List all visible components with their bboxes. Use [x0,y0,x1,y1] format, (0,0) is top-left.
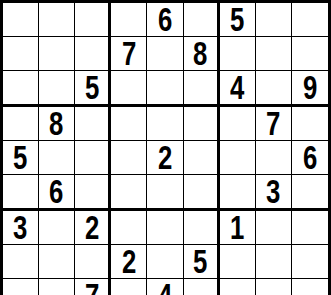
cell-r5c7[interactable] [220,141,256,175]
cell-r6c7[interactable] [220,175,256,211]
cell-r7c5[interactable] [147,211,183,245]
cell-r3c1[interactable] [3,71,39,107]
cell-r4c9[interactable] [292,107,328,141]
cell-r7c2[interactable] [39,211,75,245]
cell-r7c9[interactable] [292,211,328,245]
cell-r6c4[interactable] [111,175,147,211]
cell-r6c1[interactable] [3,175,39,211]
cell-r5c5[interactable]: 2 [147,141,183,175]
cell-r1c8[interactable] [256,3,292,37]
given-digit: 5 [13,141,27,174]
cell-r2c5[interactable] [147,37,183,71]
cell-r6c9[interactable] [292,175,328,211]
cell-r2c6[interactable]: 8 [184,37,220,71]
cell-r2c3[interactable] [75,37,111,71]
cell-r5c6[interactable] [184,141,220,175]
cell-r4c8[interactable]: 7 [256,107,292,141]
cell-r2c8[interactable] [256,37,292,71]
given-digit: 8 [50,107,64,140]
cell-r7c1[interactable]: 3 [3,211,39,245]
given-digit: 5 [193,245,207,278]
cell-r8c6[interactable]: 5 [184,245,220,279]
given-digit: 7 [122,37,136,70]
cell-r5c4[interactable] [111,141,147,175]
given-digit: 2 [122,245,136,278]
cell-r5c1[interactable]: 5 [3,141,39,175]
given-digit: 5 [85,71,99,104]
cell-r1c9[interactable] [292,3,328,37]
given-digit: 4 [230,71,244,104]
cell-r1c5[interactable]: 6 [147,3,183,37]
cell-r2c2[interactable] [39,37,75,71]
cell-r3c3[interactable]: 5 [75,71,111,107]
cell-r6c6[interactable] [184,175,220,211]
given-digit: 7 [85,279,99,295]
given-digit: 2 [158,141,172,174]
cell-r1c6[interactable] [184,3,220,37]
cell-r9c3[interactable]: 7 [75,279,111,295]
cell-r4c7[interactable] [220,107,256,141]
cell-r2c1[interactable] [3,37,39,71]
cell-r8c9[interactable] [292,245,328,279]
cell-r8c7[interactable] [220,245,256,279]
given-digit: 8 [193,37,207,70]
cell-r9c9[interactable] [292,279,328,295]
cell-r1c7[interactable]: 5 [220,3,256,37]
cell-r4c5[interactable] [147,107,183,141]
sudoku-board: 657854987526633212574 [0,0,331,295]
cell-r4c2[interactable]: 8 [39,107,75,141]
cell-r9c2[interactable] [39,279,75,295]
cell-r3c5[interactable] [147,71,183,107]
cell-r2c9[interactable] [292,37,328,71]
cell-r6c8[interactable]: 3 [256,175,292,211]
cell-r4c3[interactable] [75,107,111,141]
cell-r6c2[interactable]: 6 [39,175,75,211]
cell-r9c1[interactable] [3,279,39,295]
given-digit: 9 [303,71,317,104]
cell-r1c2[interactable] [39,3,75,37]
cell-r8c2[interactable] [39,245,75,279]
cell-r2c7[interactable] [220,37,256,71]
cell-r7c7[interactable]: 1 [220,211,256,245]
given-digit: 1 [230,211,244,244]
given-digit: 6 [50,175,64,208]
cell-r5c3[interactable] [75,141,111,175]
cell-r7c8[interactable] [256,211,292,245]
cell-r7c3[interactable]: 2 [75,211,111,245]
cell-r6c5[interactable] [147,175,183,211]
given-digit: 3 [13,211,27,244]
cell-r3c6[interactable] [184,71,220,107]
cell-r1c3[interactable] [75,3,111,37]
cell-r6c3[interactable] [75,175,111,211]
cell-r3c2[interactable] [39,71,75,107]
cell-r8c8[interactable] [256,245,292,279]
cell-r1c4[interactable] [111,3,147,37]
cell-r7c4[interactable] [111,211,147,245]
given-digit: 6 [158,3,172,36]
given-digit: 7 [266,107,280,140]
cell-r5c9[interactable]: 6 [292,141,328,175]
given-digit: 6 [303,141,317,174]
cell-r1c1[interactable] [3,3,39,37]
cell-r9c8[interactable] [256,279,292,295]
cell-r8c1[interactable] [3,245,39,279]
cell-r9c7[interactable] [220,279,256,295]
given-digit: 5 [230,3,244,36]
cell-r9c5[interactable]: 4 [147,279,183,295]
cell-r3c7[interactable]: 4 [220,71,256,107]
cell-r8c4[interactable]: 2 [111,245,147,279]
cell-r5c8[interactable] [256,141,292,175]
cell-r8c5[interactable] [147,245,183,279]
cell-r7c6[interactable] [184,211,220,245]
cell-r4c1[interactable] [3,107,39,141]
cell-r4c4[interactable] [111,107,147,141]
cell-r5c2[interactable] [39,141,75,175]
cell-r9c6[interactable] [184,279,220,295]
cell-r4c6[interactable] [184,107,220,141]
cell-r8c3[interactable] [75,245,111,279]
cell-r3c9[interactable]: 9 [292,71,328,107]
cell-r3c4[interactable] [111,71,147,107]
given-digit: 3 [266,175,280,208]
cell-r9c4[interactable] [111,279,147,295]
given-digit: 2 [85,211,99,244]
cell-r3c8[interactable] [256,71,292,107]
given-digit: 4 [158,279,172,295]
cell-r2c4[interactable]: 7 [111,37,147,71]
